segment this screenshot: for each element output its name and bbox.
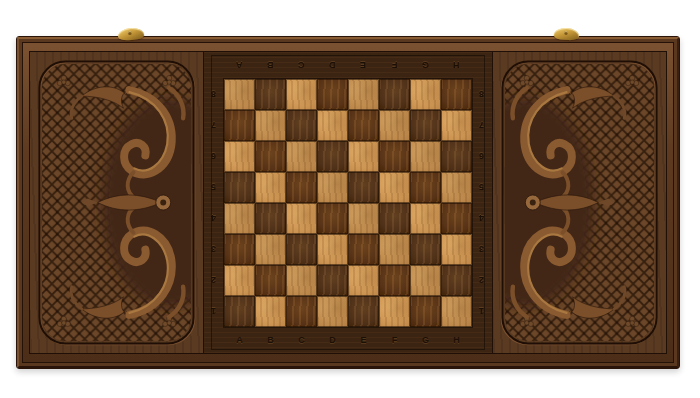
file-label-top-g: G [422, 60, 429, 70]
rank-label-left-2: 2 [211, 275, 216, 285]
rank-label-right-6: 6 [479, 151, 484, 161]
square-h1 [441, 296, 472, 327]
square-b5 [255, 172, 286, 203]
chessboard-plank: ABCDEFGH 87654321 87654321 ABCDEFGH [203, 52, 493, 353]
rank-label-left-1: 1 [211, 306, 216, 316]
square-c6 [286, 141, 317, 172]
square-e3 [348, 234, 379, 265]
square-e5 [348, 172, 379, 203]
square-b3 [255, 234, 286, 265]
square-h7 [441, 110, 472, 141]
square-d5 [317, 172, 348, 203]
square-g3 [410, 234, 441, 265]
square-c3 [286, 234, 317, 265]
file-label-bottom-b: B [267, 335, 274, 345]
square-d4 [317, 203, 348, 234]
square-d8 [317, 79, 348, 110]
square-h2 [441, 265, 472, 296]
file-label-top-e: E [360, 60, 366, 70]
square-a2 [224, 265, 255, 296]
square-g2 [410, 265, 441, 296]
product-photo-stage: ABCDEFGH 87654321 87654321 ABCDEFGH [0, 0, 700, 398]
square-f8 [379, 79, 410, 110]
square-d2 [317, 265, 348, 296]
square-g7 [410, 110, 441, 141]
file-label-bottom-g: G [422, 335, 429, 345]
square-b2 [255, 265, 286, 296]
square-b7 [255, 110, 286, 141]
rank-label-left-5: 5 [211, 182, 216, 192]
square-a5 [224, 172, 255, 203]
rank-label-left-7: 7 [211, 120, 216, 130]
rank-label-right-4: 4 [479, 213, 484, 223]
square-f4 [379, 203, 410, 234]
file-label-top-d: D [329, 60, 336, 70]
square-b8 [255, 79, 286, 110]
square-d1 [317, 296, 348, 327]
square-a6 [224, 141, 255, 172]
file-label-top-a: A [236, 60, 243, 70]
square-c1 [286, 296, 317, 327]
square-g4 [410, 203, 441, 234]
rank-labels-left: 87654321 [204, 79, 224, 327]
square-d3 [317, 234, 348, 265]
square-d7 [317, 110, 348, 141]
lid-molding-outer: ABCDEFGH 87654321 87654321 ABCDEFGH [17, 37, 679, 368]
square-e1 [348, 296, 379, 327]
right-carved-panel [493, 52, 666, 353]
square-e2 [348, 265, 379, 296]
square-a1 [224, 296, 255, 327]
square-e8 [348, 79, 379, 110]
square-a3 [224, 234, 255, 265]
rank-label-right-2: 2 [479, 275, 484, 285]
rank-labels-right: 87654321 [472, 79, 492, 327]
file-label-top-f: F [392, 60, 398, 70]
square-h5 [441, 172, 472, 203]
file-label-bottom-e: E [360, 335, 366, 345]
square-g8 [410, 79, 441, 110]
rank-label-left-8: 8 [211, 89, 216, 99]
square-c5 [286, 172, 317, 203]
square-c8 [286, 79, 317, 110]
baroque-carving-left [30, 52, 203, 353]
square-f7 [379, 110, 410, 141]
rank-label-right-1: 1 [479, 306, 484, 316]
file-label-bottom-d: D [329, 335, 336, 345]
rank-label-left-4: 4 [211, 213, 216, 223]
rank-label-right-5: 5 [479, 182, 484, 192]
left-carved-panel [30, 52, 203, 353]
rank-label-right-7: 7 [479, 120, 484, 130]
square-f2 [379, 265, 410, 296]
file-label-top-b: B [267, 60, 274, 70]
square-h6 [441, 141, 472, 172]
square-e6 [348, 141, 379, 172]
file-labels-bottom: ABCDEFGH [224, 327, 472, 354]
square-h3 [441, 234, 472, 265]
brass-hinge-right-icon [554, 27, 580, 40]
board-grid [224, 79, 472, 327]
file-label-bottom-a: A [236, 335, 243, 345]
rank-label-right-3: 3 [479, 244, 484, 254]
square-d6 [317, 141, 348, 172]
square-c4 [286, 203, 317, 234]
square-b6 [255, 141, 286, 172]
square-c7 [286, 110, 317, 141]
file-label-top-c: C [298, 60, 305, 70]
square-f6 [379, 141, 410, 172]
square-a4 [224, 203, 255, 234]
rank-label-left-6: 6 [211, 151, 216, 161]
square-h8 [441, 79, 472, 110]
rank-label-left-3: 3 [211, 244, 216, 254]
lid-molding-band: ABCDEFGH 87654321 87654321 ABCDEFGH [22, 42, 674, 363]
file-label-bottom-f: F [392, 335, 398, 345]
rank-label-right-8: 8 [479, 89, 484, 99]
file-label-bottom-c: C [298, 335, 305, 345]
square-e4 [348, 203, 379, 234]
file-label-bottom-h: H [453, 335, 460, 345]
file-label-top-h: H [453, 60, 460, 70]
wooden-chess-backgammon-box: ABCDEFGH 87654321 87654321 ABCDEFGH [16, 36, 680, 369]
square-h4 [441, 203, 472, 234]
baroque-carving-right [493, 52, 666, 353]
square-g6 [410, 141, 441, 172]
square-c2 [286, 265, 317, 296]
square-b4 [255, 203, 286, 234]
square-f1 [379, 296, 410, 327]
square-b1 [255, 296, 286, 327]
square-g1 [410, 296, 441, 327]
lid-field: ABCDEFGH 87654321 87654321 ABCDEFGH [29, 51, 667, 354]
square-f3 [379, 234, 410, 265]
square-f5 [379, 172, 410, 203]
file-labels-top: ABCDEFGH [224, 52, 472, 79]
square-e7 [348, 110, 379, 141]
square-a7 [224, 110, 255, 141]
square-a8 [224, 79, 255, 110]
square-g5 [410, 172, 441, 203]
